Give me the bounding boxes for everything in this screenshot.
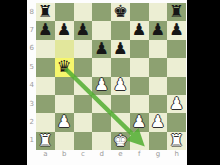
file-label-a: a [36,150,55,163]
black-queen: ♛ [57,59,72,76]
square-d6[interactable]: ♟ [92,40,111,58]
square-b1[interactable] [55,132,74,150]
square-e4[interactable]: ♟ [111,77,130,95]
square-d1[interactable] [92,132,111,150]
square-c4[interactable] [74,77,93,95]
square-d5[interactable] [92,58,111,76]
file-label-d: d [92,150,111,163]
square-e7[interactable] [111,21,130,39]
square-f7[interactable]: ♟ [130,21,149,39]
square-h4[interactable] [167,77,186,95]
file-label-h: h [167,150,186,163]
square-a4[interactable] [36,77,55,95]
letterbox-right-bar [187,0,220,165]
rank-label-2: 2 [27,113,36,131]
rank-label-4: 4 [27,77,36,95]
square-f6[interactable] [130,40,149,58]
square-d7[interactable] [92,21,111,39]
square-a5[interactable] [36,58,55,76]
square-c3[interactable] [74,95,93,113]
white-pawn: ♟ [169,95,184,112]
square-g4[interactable] [149,77,168,95]
square-c2[interactable] [74,113,93,131]
square-a8[interactable]: ♜ [36,3,55,21]
square-g6[interactable] [149,40,168,58]
square-f3[interactable] [130,95,149,113]
square-f1[interactable] [130,132,149,150]
square-a6[interactable] [36,40,55,58]
square-g2[interactable]: ♟ [149,113,168,131]
square-b8[interactable] [55,3,74,21]
square-d3[interactable] [92,95,111,113]
square-h8[interactable]: ♜ [167,3,186,21]
square-c1[interactable] [74,132,93,150]
square-g1[interactable] [149,132,168,150]
square-c5[interactable] [74,58,93,76]
black-pawn: ♟ [57,22,72,39]
square-f8[interactable] [130,3,149,21]
rank-label-1: 1 [27,132,36,150]
square-e8[interactable]: ♚ [111,3,130,21]
file-label-c: c [74,150,93,163]
black-pawn: ♟ [150,22,165,39]
square-h5[interactable] [167,58,186,76]
square-h1[interactable]: ♜ [167,132,186,150]
square-b4[interactable] [55,77,74,95]
rank-label-5: 5 [27,58,36,76]
square-f5[interactable] [130,58,149,76]
rank-label-8: 8 [27,3,36,21]
black-pawn: ♟ [113,40,128,57]
file-label-e: e [111,150,130,163]
square-g8[interactable] [149,3,168,21]
file-label-f: f [130,150,149,163]
white-pawn: ♟ [132,114,147,131]
square-e2[interactable] [111,113,130,131]
square-d4[interactable]: ♟ [92,77,111,95]
white-rook: ♜ [169,132,184,149]
square-e1[interactable]: ♚ [111,132,130,150]
rank-label-7: 7 [27,21,36,39]
square-a2[interactable] [36,113,55,131]
square-c7[interactable]: ♟ [74,21,93,39]
square-d8[interactable] [92,3,111,21]
square-a7[interactable]: ♟ [36,21,55,39]
square-e3[interactable] [111,95,130,113]
square-g7[interactable]: ♟ [149,21,168,39]
square-d2[interactable] [92,113,111,131]
white-rook: ♜ [38,132,53,149]
square-f4[interactable] [130,77,149,95]
white-pawn: ♟ [113,77,128,94]
square-b3[interactable] [55,95,74,113]
black-rook: ♜ [38,3,53,20]
square-b2[interactable]: ♟ [55,113,74,131]
square-h2[interactable] [167,113,186,131]
black-pawn: ♟ [132,22,147,39]
square-g5[interactable] [149,58,168,76]
square-f2[interactable]: ♟ [130,113,149,131]
black-king: ♚ [113,3,128,20]
file-label-b: b [55,150,74,163]
black-pawn: ♟ [75,22,90,39]
square-b7[interactable]: ♟ [55,21,74,39]
square-a1[interactable]: ♜ [36,132,55,150]
black-rook: ♜ [169,3,184,20]
square-h7[interactable]: ♟ [167,21,186,39]
rank-labels: 87654321 [27,3,36,150]
chess-board[interactable]: ♜♚♜♟♟♟♟♟♟♟♟♛♟♟♟♟♟♟♜♚♜ [36,3,186,150]
rank-label-6: 6 [27,40,36,58]
rank-label-3: 3 [27,95,36,113]
white-king: ♚ [113,132,128,149]
square-c8[interactable] [74,3,93,21]
file-labels: abcdefgh [36,150,186,163]
square-b6[interactable] [55,40,74,58]
square-e6[interactable]: ♟ [111,40,130,58]
square-b5[interactable]: ♛ [55,58,74,76]
white-pawn: ♟ [94,77,109,94]
square-g3[interactable] [149,95,168,113]
square-h6[interactable] [167,40,186,58]
board-panel: 87654321 ♜♚♜♟♟♟♟♟♟♟♟♛♟♟♟♟♟♟♜♚♜ abcdefgh [27,0,187,165]
square-c6[interactable] [74,40,93,58]
white-pawn: ♟ [150,114,165,131]
square-e5[interactable] [111,58,130,76]
square-a3[interactable] [36,95,55,113]
black-pawn: ♟ [94,40,109,57]
white-pawn: ♟ [57,114,72,131]
chess-screenshot: 87654321 ♜♚♜♟♟♟♟♟♟♟♟♛♟♟♟♟♟♟♜♚♜ abcdefgh [0,0,220,165]
file-label-g: g [149,150,168,163]
black-pawn: ♟ [38,22,53,39]
letterbox-left-bar [0,0,27,165]
black-pawn: ♟ [169,22,184,39]
square-h3[interactable]: ♟ [167,95,186,113]
